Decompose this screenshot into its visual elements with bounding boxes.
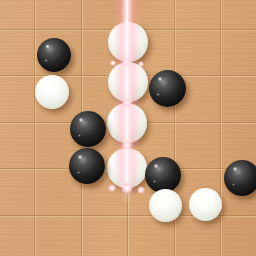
black-stone bbox=[149, 70, 186, 107]
white-stone bbox=[108, 22, 148, 62]
white-stone bbox=[107, 148, 147, 188]
black-stone bbox=[69, 148, 105, 184]
white-stone bbox=[108, 62, 148, 102]
white-stone bbox=[189, 188, 222, 221]
plank-seam-vertical bbox=[34, 0, 36, 256]
black-stone bbox=[145, 157, 181, 193]
white-stone bbox=[107, 103, 147, 143]
plank-seam-vertical bbox=[220, 0, 222, 256]
gomoku-board[interactable] bbox=[0, 0, 256, 256]
black-stone bbox=[70, 111, 106, 147]
black-stone bbox=[224, 160, 256, 196]
glow-sparkle bbox=[137, 186, 145, 194]
black-stone bbox=[37, 38, 71, 72]
white-stone bbox=[149, 189, 182, 222]
glow-sparkle bbox=[108, 184, 116, 192]
white-stone bbox=[35, 75, 69, 109]
